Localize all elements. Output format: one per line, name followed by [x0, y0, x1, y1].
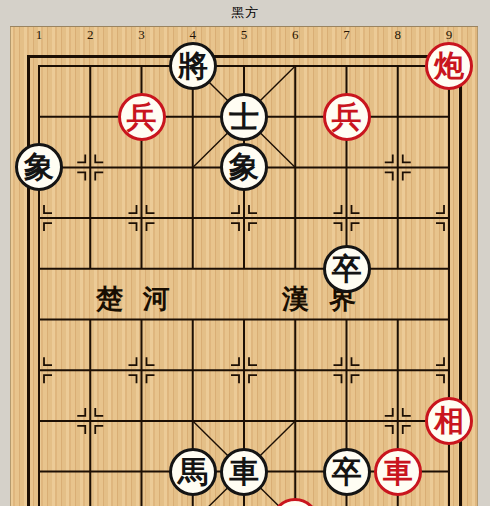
- piece-black-7-5[interactable]: 卒: [323, 245, 371, 293]
- column-label-7: 7: [337, 27, 357, 43]
- piece-red-9-8[interactable]: 相: [425, 397, 473, 445]
- column-label-6: 6: [285, 27, 305, 43]
- piece-red-8-9[interactable]: 車: [374, 448, 422, 496]
- column-label-3: 3: [132, 27, 152, 43]
- column-label-4: 4: [183, 27, 203, 43]
- piece-black-4-9[interactable]: 馬: [169, 448, 217, 496]
- piece-black-5-9[interactable]: 車: [220, 448, 268, 496]
- piece-black-7-9[interactable]: 卒: [323, 448, 371, 496]
- piece-red-3-2[interactable]: 兵: [118, 93, 166, 141]
- river-label-chu-he: 楚河: [96, 281, 190, 317]
- column-label-8: 8: [388, 27, 408, 43]
- column-label-5: 5: [234, 27, 254, 43]
- column-label-1: 1: [29, 27, 49, 43]
- xiangqi-screen: 黑方 123456789 楚河 漢界 將炮兵士兵象象卒相馬車卒車: [0, 0, 490, 506]
- piece-red-9-1[interactable]: 炮: [425, 42, 473, 90]
- piece-black-4-1[interactable]: 將: [169, 42, 217, 90]
- column-label-2: 2: [80, 27, 100, 43]
- board-grid: [0, 0, 490, 506]
- column-label-9: 9: [439, 27, 459, 43]
- piece-black-5-2[interactable]: 士: [220, 93, 268, 141]
- piece-red-7-2[interactable]: 兵: [323, 93, 371, 141]
